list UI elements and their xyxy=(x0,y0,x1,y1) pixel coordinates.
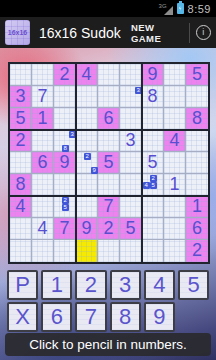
cell-r8c4[interactable]: 9 xyxy=(76,218,98,240)
cell-r8c6[interactable]: 5 xyxy=(120,218,142,240)
cell-r7c7[interactable] xyxy=(142,196,164,218)
cell-r2c3[interactable] xyxy=(54,86,76,108)
cell-r5c3[interactable]: 9 xyxy=(54,152,76,174)
pencil-mark-2: 2 xyxy=(62,197,69,204)
cell-r3c8[interactable] xyxy=(164,108,186,130)
cell-r1c2[interactable] xyxy=(32,64,54,86)
cell-r6c3[interactable] xyxy=(54,174,76,196)
cell-r2c1[interactable]: 3 xyxy=(10,86,32,108)
cell-r7c1[interactable]: 4 xyxy=(10,196,32,218)
cell-r3c7[interactable] xyxy=(142,108,164,130)
cell-r5c2[interactable]: 6 xyxy=(32,152,54,174)
cell-r1c9[interactable]: 5 xyxy=(186,64,208,86)
cell-r3c4[interactable] xyxy=(76,108,98,130)
cell-r4c6[interactable]: 3 xyxy=(120,130,142,152)
app-icon-label: 16x16 xyxy=(8,29,27,36)
action-bar: 16x16 16x16 Sudok… NEW GAME i xyxy=(0,17,216,48)
cell-r9c2[interactable] xyxy=(32,240,54,262)
clear-button[interactable]: X xyxy=(7,302,38,332)
cell-r4c7[interactable] xyxy=(142,130,164,152)
pencil-toggle-button[interactable]: P xyxy=(7,270,38,300)
status-clock: 8:59 xyxy=(188,3,211,15)
cell-r8c3[interactable]: 7 xyxy=(54,218,76,240)
cell-r7c9[interactable]: 1 xyxy=(186,196,208,218)
cell-r9c1[interactable] xyxy=(10,240,32,262)
cell-r3c2[interactable]: 1 xyxy=(32,108,54,130)
cell-r3c1[interactable]: 5 xyxy=(10,108,32,130)
toast-message: Click to pencil in numbers. xyxy=(29,337,187,352)
cell-r4c1[interactable]: 2 xyxy=(10,130,32,152)
cell-r4c9[interactable] xyxy=(186,130,208,152)
cell-r9c6[interactable] xyxy=(120,240,142,262)
info-icon: i xyxy=(196,25,211,40)
box-divider xyxy=(141,64,143,262)
app-screen: 3G 8:59 16x16 16x16 Sudok… NEW GAME i 24… xyxy=(0,0,216,360)
box-divider xyxy=(75,64,77,262)
toast: Click to pencil in numbers. xyxy=(5,333,211,356)
info-button[interactable]: i xyxy=(190,25,216,40)
cell-r3c5[interactable]: 6 xyxy=(98,108,120,130)
battery-icon xyxy=(177,3,184,14)
cell-r6c4[interactable] xyxy=(76,174,98,196)
cell-r2c2[interactable]: 7 xyxy=(32,86,54,108)
cell-r2c7[interactable]: 8 xyxy=(142,86,164,108)
new-game-button[interactable]: NEW GAME xyxy=(121,22,189,44)
cell-r6c7[interactable]: 245 xyxy=(142,174,164,196)
cell-r2c4[interactable] xyxy=(76,86,98,108)
cell-r8c2[interactable]: 4 xyxy=(32,218,54,240)
cell-r8c1[interactable] xyxy=(10,218,32,240)
cell-r3c3[interactable] xyxy=(54,108,76,130)
num-button-5[interactable]: 5 xyxy=(178,270,209,300)
numpad-row-2: X6789 xyxy=(7,302,175,332)
cell-r9c9[interactable]: 2 xyxy=(186,240,208,262)
cell-r7c2[interactable] xyxy=(32,196,54,218)
pencil-mark-5: 5 xyxy=(62,204,69,211)
cell-r4c8[interactable]: 4 xyxy=(164,130,186,152)
app-icon: 16x16 xyxy=(5,20,30,45)
pencil-mark-4: 4 xyxy=(143,182,150,189)
cell-r6c1[interactable]: 8 xyxy=(10,174,32,196)
cell-r6c2[interactable] xyxy=(32,174,54,196)
cell-r2c8[interactable] xyxy=(164,86,186,108)
status-bar: 3G 8:59 xyxy=(0,0,216,17)
cell-r2c6[interactable]: 3 xyxy=(120,86,142,108)
box-divider xyxy=(10,129,208,131)
cell-r7c5[interactable]: 7 xyxy=(98,196,120,218)
num-button-3[interactable]: 3 xyxy=(110,270,141,300)
box-divider xyxy=(10,195,208,197)
cell-r3c6[interactable] xyxy=(120,108,142,130)
cell-r9c4[interactable] xyxy=(76,240,98,262)
cell-r7c3[interactable]: 25 xyxy=(54,196,76,218)
cell-r1c3[interactable]: 2 xyxy=(54,64,76,86)
num-button-1[interactable]: 1 xyxy=(41,270,72,300)
cell-r4c4[interactable] xyxy=(76,130,98,152)
pencil-mark-9: 9 xyxy=(91,167,98,174)
cell-r5c9[interactable] xyxy=(186,152,208,174)
cell-r1c7[interactable]: 9 xyxy=(142,64,164,86)
cell-r1c5[interactable] xyxy=(98,64,120,86)
cell-r7c8[interactable] xyxy=(164,196,186,218)
pencil-mark-8: 8 xyxy=(62,145,69,152)
numpad-row-1: P12345 xyxy=(7,270,209,300)
cell-r2c9[interactable] xyxy=(186,86,208,108)
num-button-6[interactable]: 6 xyxy=(41,302,72,332)
cell-r5c5[interactable]: 5 xyxy=(98,152,120,174)
num-button-2[interactable]: 2 xyxy=(75,270,106,300)
num-button-9[interactable]: 9 xyxy=(144,302,175,332)
cell-r8c5[interactable]: 2 xyxy=(98,218,120,240)
num-button-8[interactable]: 8 xyxy=(110,302,141,332)
cell-r4c5[interactable] xyxy=(98,130,120,152)
cell-r5c1[interactable] xyxy=(10,152,32,174)
cell-r5c6[interactable] xyxy=(120,152,142,174)
num-button-7[interactable]: 7 xyxy=(75,302,106,332)
cell-r6c8[interactable]: 1 xyxy=(164,174,186,196)
num-button-4[interactable]: 4 xyxy=(144,270,175,300)
cell-r9c8[interactable] xyxy=(164,240,186,262)
cell-r6c5[interactable] xyxy=(98,174,120,196)
cell-r8c9[interactable]: 6 xyxy=(186,218,208,240)
cell-r5c4[interactable]: 29 xyxy=(76,152,98,174)
cell-r6c6[interactable] xyxy=(120,174,142,196)
cell-r8c7[interactable] xyxy=(142,218,164,240)
cell-r7c4[interactable] xyxy=(76,196,98,218)
board: 2495373851682383469295582451425714792562 xyxy=(8,62,210,264)
cell-r1c6[interactable] xyxy=(120,64,142,86)
page-title: 16x16 Sudok… xyxy=(39,25,121,41)
pencil-mark-2: 2 xyxy=(150,175,157,182)
cell-r4c3[interactable]: 38 xyxy=(54,130,76,152)
cell-r4c2[interactable] xyxy=(32,130,54,152)
cell-r3c9[interactable]: 8 xyxy=(186,108,208,130)
cell-r9c7[interactable] xyxy=(142,240,164,262)
cell-r1c1[interactable] xyxy=(10,64,32,86)
cell-r8c8[interactable] xyxy=(164,218,186,240)
signal-icon: 3G xyxy=(159,3,173,15)
cell-r1c8[interactable] xyxy=(164,64,186,86)
cell-r6c9[interactable] xyxy=(186,174,208,196)
cell-r9c3[interactable] xyxy=(54,240,76,262)
cell-r7c6[interactable] xyxy=(120,196,142,218)
pencil-mark-2: 2 xyxy=(84,153,91,160)
cell-r5c8[interactable] xyxy=(164,152,186,174)
cell-r5c7[interactable]: 5 xyxy=(142,152,164,174)
cell-r1c4[interactable]: 4 xyxy=(76,64,98,86)
signal-triangle-icon xyxy=(164,6,173,15)
cell-r2c5[interactable] xyxy=(98,86,120,108)
pencil-mark-5: 5 xyxy=(150,182,157,189)
cell-r9c5[interactable] xyxy=(98,240,120,262)
